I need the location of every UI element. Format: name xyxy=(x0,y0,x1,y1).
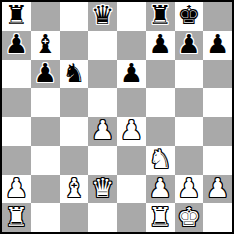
square-g3[interactable] xyxy=(175,146,204,175)
square-h8[interactable] xyxy=(203,2,232,31)
square-b3[interactable] xyxy=(31,146,60,175)
white-king-piece: ♚ xyxy=(177,204,200,230)
square-h1[interactable] xyxy=(203,203,232,232)
square-h7[interactable]: ♟ xyxy=(203,31,232,60)
square-h5[interactable] xyxy=(203,88,232,117)
square-b4[interactable] xyxy=(31,117,60,146)
square-c4[interactable] xyxy=(60,117,89,146)
white-knight-piece: ♞ xyxy=(148,146,171,172)
square-e3[interactable] xyxy=(117,146,146,175)
square-a5[interactable] xyxy=(2,88,31,117)
square-g1[interactable]: ♚ xyxy=(175,203,204,232)
white-bishop-piece: ♝ xyxy=(62,175,85,201)
square-d7[interactable] xyxy=(88,31,117,60)
square-f7[interactable]: ♟ xyxy=(146,31,175,60)
square-f3[interactable]: ♞ xyxy=(146,146,175,175)
square-c5[interactable] xyxy=(60,88,89,117)
black-pawn-piece: ♟ xyxy=(148,31,171,57)
square-f6[interactable] xyxy=(146,60,175,89)
square-d6[interactable] xyxy=(88,60,117,89)
square-e8[interactable] xyxy=(117,2,146,31)
square-g8[interactable]: ♚ xyxy=(175,2,204,31)
square-d5[interactable] xyxy=(88,88,117,117)
square-g2[interactable]: ♟ xyxy=(175,175,204,204)
square-c1[interactable] xyxy=(60,203,89,232)
square-c8[interactable] xyxy=(60,2,89,31)
black-rook-piece: ♜ xyxy=(148,2,171,28)
square-g4[interactable] xyxy=(175,117,204,146)
square-c2[interactable]: ♝ xyxy=(60,175,89,204)
square-b1[interactable] xyxy=(31,203,60,232)
square-c3[interactable] xyxy=(60,146,89,175)
square-f5[interactable] xyxy=(146,88,175,117)
square-b7[interactable]: ♝ xyxy=(31,31,60,60)
square-e2[interactable] xyxy=(117,175,146,204)
square-g7[interactable]: ♟ xyxy=(175,31,204,60)
square-e5[interactable] xyxy=(117,88,146,117)
square-d3[interactable] xyxy=(88,146,117,175)
square-g6[interactable] xyxy=(175,60,204,89)
square-h4[interactable] xyxy=(203,117,232,146)
black-pawn-piece: ♟ xyxy=(177,31,200,57)
square-a3[interactable] xyxy=(2,146,31,175)
square-c7[interactable] xyxy=(60,31,89,60)
black-queen-piece: ♛ xyxy=(91,2,114,28)
white-pawn-piece: ♟ xyxy=(91,117,114,143)
square-e6[interactable]: ♟ xyxy=(117,60,146,89)
square-e7[interactable] xyxy=(117,31,146,60)
black-pawn-piece: ♟ xyxy=(120,60,143,86)
square-d4[interactable]: ♟ xyxy=(88,117,117,146)
square-d1[interactable] xyxy=(88,203,117,232)
square-g5[interactable] xyxy=(175,88,204,117)
square-a2[interactable]: ♟ xyxy=(2,175,31,204)
white-pawn-piece: ♟ xyxy=(177,175,200,201)
square-h2[interactable]: ♟ xyxy=(203,175,232,204)
square-f8[interactable]: ♜ xyxy=(146,2,175,31)
square-e4[interactable]: ♟ xyxy=(117,117,146,146)
black-pawn-piece: ♟ xyxy=(33,60,56,86)
square-f1[interactable]: ♜ xyxy=(146,203,175,232)
white-rook-piece: ♜ xyxy=(148,204,171,230)
white-pawn-piece: ♟ xyxy=(148,175,171,201)
black-pawn-piece: ♟ xyxy=(206,31,229,57)
white-queen-piece: ♛ xyxy=(91,175,114,201)
black-pawn-piece: ♟ xyxy=(5,31,28,57)
square-d8[interactable]: ♛ xyxy=(88,2,117,31)
chess-board-wrapper: ♜♛♜♚♟♝♟♟♟♟♞♟♟♟♞♟♝♛♟♟♟♜♜♚ xyxy=(0,0,234,234)
white-pawn-piece: ♟ xyxy=(120,117,143,143)
black-bishop-piece: ♝ xyxy=(33,31,56,57)
square-d2[interactable]: ♛ xyxy=(88,175,117,204)
square-a6[interactable] xyxy=(2,60,31,89)
square-h6[interactable] xyxy=(203,60,232,89)
square-a7[interactable]: ♟ xyxy=(2,31,31,60)
square-b6[interactable]: ♟ xyxy=(31,60,60,89)
square-h3[interactable] xyxy=(203,146,232,175)
square-e1[interactable] xyxy=(117,203,146,232)
white-pawn-piece: ♟ xyxy=(5,175,28,201)
square-b5[interactable] xyxy=(31,88,60,117)
square-f4[interactable] xyxy=(146,117,175,146)
square-c6[interactable]: ♞ xyxy=(60,60,89,89)
square-a8[interactable]: ♜ xyxy=(2,2,31,31)
black-king-piece: ♚ xyxy=(177,2,200,28)
chess-board: ♜♛♜♚♟♝♟♟♟♟♞♟♟♟♞♟♝♛♟♟♟♜♜♚ xyxy=(0,0,234,234)
square-b8[interactable] xyxy=(31,2,60,31)
square-f2[interactable]: ♟ xyxy=(146,175,175,204)
white-rook-piece: ♜ xyxy=(5,204,28,230)
white-pawn-piece: ♟ xyxy=(206,175,229,201)
black-rook-piece: ♜ xyxy=(5,2,28,28)
square-b2[interactable] xyxy=(31,175,60,204)
black-knight-piece: ♞ xyxy=(62,60,85,86)
square-a4[interactable] xyxy=(2,117,31,146)
square-a1[interactable]: ♜ xyxy=(2,203,31,232)
